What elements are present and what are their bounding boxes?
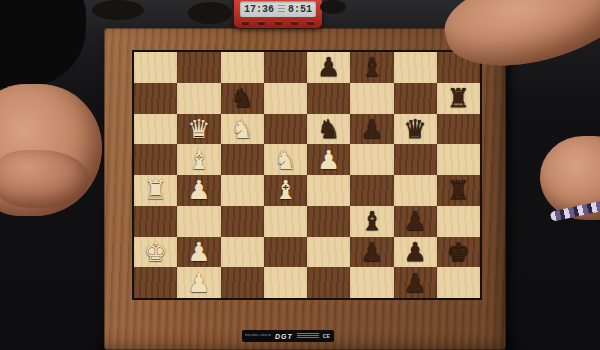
piece-white-R-d1[interactable]: ♜ bbox=[144, 177, 167, 203]
piece-black-P-b6[interactable]: ♟ bbox=[360, 239, 383, 265]
square-g4[interactable] bbox=[264, 83, 307, 114]
square-e1[interactable] bbox=[134, 144, 177, 175]
chess-board-grid[interactable]: ♟♝♞♜♛♞♞♟♛♝♞♟♜♟♝♜♝♟♚♟♟♟♚♟♟ bbox=[132, 50, 482, 300]
clock-button[interactable] bbox=[242, 21, 249, 25]
piece-black-Q-f7[interactable]: ♛ bbox=[403, 116, 426, 142]
square-g1[interactable] bbox=[134, 83, 177, 114]
square-a5[interactable] bbox=[307, 267, 350, 298]
piece-white-P-d2[interactable]: ♟ bbox=[187, 177, 210, 203]
square-h6[interactable]: ♝ bbox=[350, 52, 393, 83]
piece-black-N-f5[interactable]: ♞ bbox=[317, 116, 340, 142]
square-e4[interactable]: ♞ bbox=[264, 144, 307, 175]
square-a1[interactable] bbox=[134, 267, 177, 298]
board-label-small-text: Electronic Chess Board bbox=[245, 334, 271, 337]
square-e3[interactable] bbox=[221, 144, 264, 175]
piece-black-P-f6[interactable]: ♟ bbox=[360, 116, 383, 142]
piece-black-P-b7[interactable]: ♟ bbox=[403, 239, 426, 265]
piece-white-P-a2[interactable]: ♟ bbox=[187, 270, 210, 296]
square-c2[interactable] bbox=[177, 206, 220, 237]
dgt-logo: DGT bbox=[275, 333, 293, 340]
square-g6[interactable] bbox=[350, 83, 393, 114]
square-c4[interactable] bbox=[264, 206, 307, 237]
piece-black-B-h6[interactable]: ♝ bbox=[360, 54, 383, 80]
square-b8[interactable]: ♚ bbox=[437, 237, 480, 268]
board-label-fine-print bbox=[297, 333, 319, 339]
clock-lcd-display: 17:36 8:51 bbox=[240, 1, 316, 17]
piece-black-P-h5[interactable]: ♟ bbox=[317, 54, 340, 80]
square-d7[interactable] bbox=[394, 175, 437, 206]
square-e6[interactable] bbox=[350, 144, 393, 175]
square-d3[interactable] bbox=[221, 175, 264, 206]
square-a2[interactable]: ♟ bbox=[177, 267, 220, 298]
clock-button[interactable] bbox=[275, 21, 282, 25]
square-a8[interactable] bbox=[437, 267, 480, 298]
piece-black-P-a7[interactable]: ♟ bbox=[403, 270, 426, 296]
piece-white-B-e2[interactable]: ♝ bbox=[187, 147, 210, 173]
chess-board-frame: ♟♝♞♜♛♞♞♟♛♝♞♟♜♟♝♜♝♟♚♟♟♟♚♟♟ Electronic Che… bbox=[104, 28, 506, 350]
square-h3[interactable] bbox=[221, 52, 264, 83]
square-f8[interactable] bbox=[437, 114, 480, 145]
square-f1[interactable] bbox=[134, 114, 177, 145]
piece-white-N-e4[interactable]: ♞ bbox=[274, 147, 297, 173]
square-a4[interactable] bbox=[264, 267, 307, 298]
square-c1[interactable] bbox=[134, 206, 177, 237]
square-e5[interactable]: ♟ bbox=[307, 144, 350, 175]
piece-black-R-d8[interactable]: ♜ bbox=[447, 177, 470, 203]
square-b3[interactable] bbox=[221, 237, 264, 268]
square-g3[interactable]: ♞ bbox=[221, 83, 264, 114]
clock-right-time: 8:51 bbox=[288, 4, 312, 15]
square-e2[interactable]: ♝ bbox=[177, 144, 220, 175]
square-b7[interactable]: ♟ bbox=[394, 237, 437, 268]
left-player-sleeve bbox=[0, 0, 86, 88]
square-g8[interactable]: ♜ bbox=[437, 83, 480, 114]
piece-white-P-e5[interactable]: ♟ bbox=[317, 147, 340, 173]
square-b2[interactable]: ♟ bbox=[177, 237, 220, 268]
square-a7[interactable]: ♟ bbox=[394, 267, 437, 298]
square-g5[interactable] bbox=[307, 83, 350, 114]
piece-white-P-b2[interactable]: ♟ bbox=[187, 239, 210, 265]
square-f7[interactable]: ♛ bbox=[394, 114, 437, 145]
square-b5[interactable] bbox=[307, 237, 350, 268]
square-c7[interactable]: ♟ bbox=[394, 206, 437, 237]
square-c3[interactable] bbox=[221, 206, 264, 237]
square-b6[interactable]: ♟ bbox=[350, 237, 393, 268]
clock-button[interactable] bbox=[258, 21, 265, 25]
square-f2[interactable]: ♛ bbox=[177, 114, 220, 145]
piece-black-P-c7[interactable]: ♟ bbox=[403, 208, 426, 234]
square-d1[interactable]: ♜ bbox=[134, 175, 177, 206]
piece-black-K-b8[interactable]: ♚ bbox=[447, 239, 470, 265]
square-f5[interactable]: ♞ bbox=[307, 114, 350, 145]
captured-pieces-blob bbox=[188, 2, 232, 24]
square-a3[interactable] bbox=[221, 267, 264, 298]
piece-white-N-f3[interactable]: ♞ bbox=[230, 116, 253, 142]
piece-black-N-g3[interactable]: ♞ bbox=[230, 85, 253, 111]
piece-black-R-g8[interactable]: ♜ bbox=[447, 85, 470, 111]
square-f3[interactable]: ♞ bbox=[221, 114, 264, 145]
square-h5[interactable]: ♟ bbox=[307, 52, 350, 83]
square-d5[interactable] bbox=[307, 175, 350, 206]
square-e7[interactable] bbox=[394, 144, 437, 175]
square-g2[interactable] bbox=[177, 83, 220, 114]
square-f6[interactable]: ♟ bbox=[350, 114, 393, 145]
square-h2[interactable] bbox=[177, 52, 220, 83]
square-g7[interactable] bbox=[394, 83, 437, 114]
square-e8[interactable] bbox=[437, 144, 480, 175]
left-player-fingers bbox=[0, 150, 90, 208]
square-a6[interactable] bbox=[350, 267, 393, 298]
square-h7[interactable] bbox=[394, 52, 437, 83]
square-c5[interactable] bbox=[307, 206, 350, 237]
square-d6[interactable] bbox=[350, 175, 393, 206]
clock-left-time: 17:36 bbox=[244, 4, 274, 15]
square-h4[interactable] bbox=[264, 52, 307, 83]
clock-buttons[interactable] bbox=[242, 21, 314, 26]
tournament-photo-scene: ♟♝♞♜♛♞♞♟♛♝♞♟♜♟♝♜♝♟♚♟♟♟♚♟♟ Electronic Che… bbox=[0, 0, 600, 350]
clock-button[interactable] bbox=[307, 21, 314, 25]
square-b4[interactable] bbox=[264, 237, 307, 268]
dgt-chess-clock: 17:36 8:51 bbox=[234, 0, 322, 28]
piece-white-Q-f2[interactable]: ♛ bbox=[187, 116, 210, 142]
square-h1[interactable] bbox=[134, 52, 177, 83]
square-c6[interactable]: ♝ bbox=[350, 206, 393, 237]
square-d2[interactable]: ♟ bbox=[177, 175, 220, 206]
piece-black-B-c6[interactable]: ♝ bbox=[360, 208, 383, 234]
table-object-blob bbox=[320, 0, 346, 14]
square-d4[interactable]: ♝ bbox=[264, 175, 307, 206]
ce-mark: CE bbox=[323, 333, 330, 339]
dgt-board-label: Electronic Chess Board DGT CE bbox=[242, 330, 334, 342]
square-b1[interactable]: ♚ bbox=[134, 237, 177, 268]
square-c8[interactable] bbox=[437, 206, 480, 237]
clock-center-indicators bbox=[278, 5, 285, 13]
piece-white-K-b1[interactable]: ♚ bbox=[144, 239, 167, 265]
square-d8[interactable]: ♜ bbox=[437, 175, 480, 206]
clock-button[interactable] bbox=[291, 21, 298, 25]
captured-pieces-blob bbox=[92, 0, 144, 20]
piece-white-B-d4[interactable]: ♝ bbox=[274, 177, 297, 203]
square-f4[interactable] bbox=[264, 114, 307, 145]
